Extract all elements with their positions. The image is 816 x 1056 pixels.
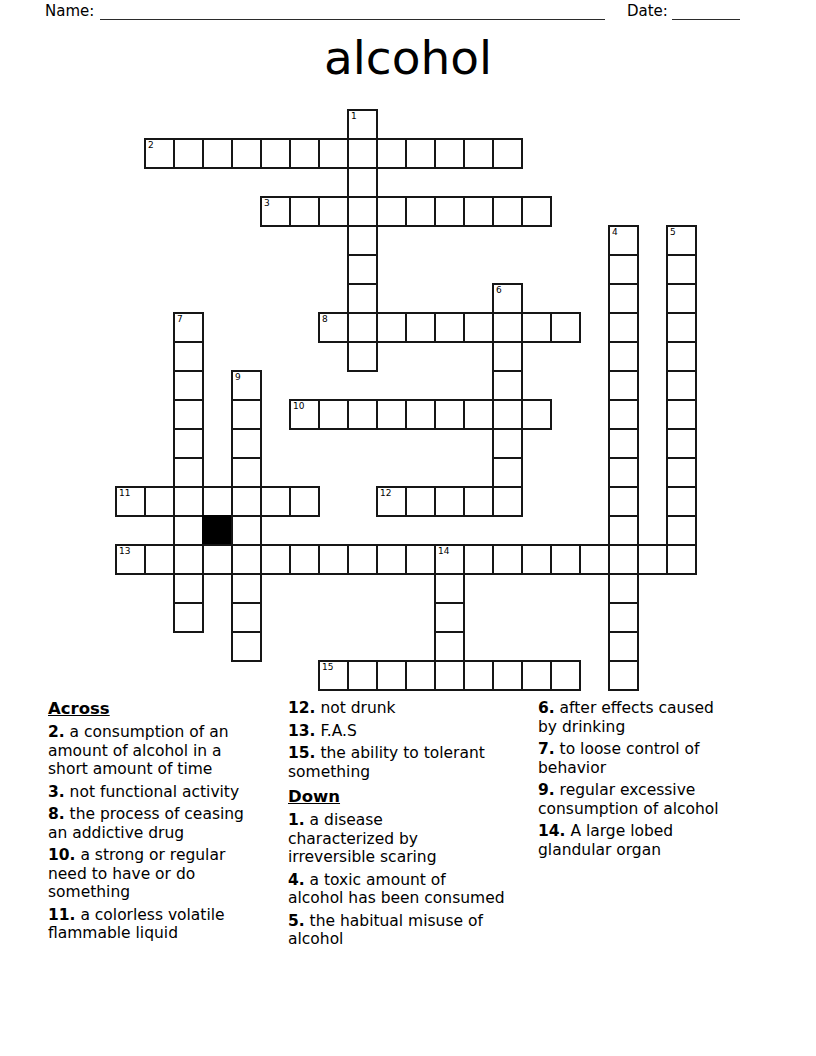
grid-cell[interactable] (550, 544, 581, 575)
grid-cell[interactable] (608, 370, 639, 401)
grid-cell[interactable] (173, 428, 204, 459)
clue-2: 2. a consumption of an amount of alcohol… (48, 723, 288, 779)
grid-cell[interactable] (434, 196, 465, 227)
grid-cell[interactable] (492, 196, 523, 227)
grid-cell[interactable]: 6 (492, 283, 523, 314)
grid-cell[interactable] (434, 399, 465, 430)
grid-cell[interactable] (666, 283, 697, 314)
grid-cell[interactable] (521, 312, 552, 343)
grid-cell[interactable] (347, 254, 378, 285)
clue-number-label: 8. (48, 805, 65, 823)
grid-cell[interactable] (492, 457, 523, 488)
grid-cell[interactable] (347, 283, 378, 314)
clue-column-3: 6. after effects caused by drinking7. to… (538, 699, 774, 863)
grid-cell[interactable] (347, 225, 378, 256)
grid-cell[interactable]: 11 (115, 486, 146, 517)
grid-cell[interactable] (405, 312, 436, 343)
grid-cell[interactable] (289, 486, 320, 517)
clue-1: 1. a disease characterized by irreversib… (288, 811, 538, 867)
grid-cell[interactable] (492, 544, 523, 575)
grid-clue-number: 7 (177, 314, 183, 324)
grid-cell[interactable] (492, 399, 523, 430)
clue-number-label: 9. (538, 781, 555, 799)
clue-column-2: 12. not drunk13. F.A.S15. the ability to… (288, 699, 538, 953)
grid-cell[interactable]: 14 (434, 544, 465, 575)
grid-cell[interactable] (608, 254, 639, 285)
grid-cell[interactable] (231, 486, 262, 517)
clue-text: a colorless volatile flammable liquid (48, 906, 225, 943)
grid-cell[interactable] (666, 254, 697, 285)
grid-cell[interactable] (492, 312, 523, 343)
grid-cell[interactable] (318, 138, 349, 169)
grid-cell[interactable] (405, 399, 436, 430)
grid-cell[interactable]: 8 (318, 312, 349, 343)
grid-cell[interactable] (434, 660, 465, 691)
grid-cell[interactable]: 5 (666, 225, 697, 256)
grid-cell[interactable] (666, 428, 697, 459)
grid-cell[interactable] (434, 602, 465, 633)
grid-cell[interactable] (347, 138, 378, 169)
clue-12: 12. not drunk (288, 699, 538, 718)
clue-number-label: 5. (288, 912, 305, 930)
grid-cell[interactable] (492, 341, 523, 372)
clue-number-label: 11. (48, 906, 75, 924)
grid-cell[interactable] (318, 196, 349, 227)
grid-cell[interactable] (376, 544, 407, 575)
grid-cell[interactable] (173, 573, 204, 604)
clue-15: 15. the ability to tolerant something (288, 744, 538, 781)
grid-cell[interactable] (608, 457, 639, 488)
grid-cell[interactable] (289, 138, 320, 169)
grid-cell[interactable] (347, 312, 378, 343)
grid-cell[interactable] (173, 341, 204, 372)
clue-text: a disease characterized by irreversible … (288, 811, 436, 866)
grid-cell[interactable] (608, 486, 639, 517)
grid-cell[interactable] (173, 457, 204, 488)
clue-text: a toxic amount of alcohol has been consu… (288, 871, 505, 908)
clue-number-label: 14. (538, 822, 565, 840)
clue-text: a strong or regular need to have or do s… (48, 846, 225, 901)
grid-cell[interactable] (405, 138, 436, 169)
clue-13: 13. F.A.S (288, 722, 538, 741)
grid-cell[interactable] (434, 486, 465, 517)
grid-cell[interactable] (289, 196, 320, 227)
grid-cell[interactable] (666, 370, 697, 401)
grid-cell[interactable] (376, 196, 407, 227)
grid-clue-number: 5 (670, 227, 676, 237)
grid-cell[interactable] (173, 544, 204, 575)
grid-cell[interactable] (202, 544, 233, 575)
grid-cell[interactable] (492, 660, 523, 691)
grid-cell[interactable] (463, 312, 494, 343)
grid-cell[interactable] (666, 312, 697, 343)
grid-cell-black (202, 515, 233, 546)
grid-cell[interactable] (347, 196, 378, 227)
grid-clue-number: 9 (235, 372, 241, 382)
grid-cell[interactable] (231, 138, 262, 169)
grid-clue-number: 1 (351, 111, 357, 121)
grid-cell[interactable]: 15 (318, 660, 349, 691)
clue-text: a consumption of an amount of alcohol in… (48, 723, 229, 778)
clue-text: not drunk (315, 699, 395, 717)
grid-cell[interactable] (347, 660, 378, 691)
grid-cell[interactable] (202, 486, 233, 517)
clue-number-label: 13. (288, 722, 315, 740)
grid-cell[interactable] (173, 399, 204, 430)
grid-cell[interactable] (521, 660, 552, 691)
clue-number-label: 10. (48, 846, 75, 864)
grid-cell[interactable] (231, 602, 262, 633)
grid-cell[interactable] (492, 428, 523, 459)
grid-cell[interactable] (608, 341, 639, 372)
crossword-grid: 123456789101112131415 (115, 109, 697, 691)
grid-cell[interactable] (260, 486, 291, 517)
grid-cell[interactable]: 10 (289, 399, 320, 430)
clue-number-label: 7. (538, 740, 555, 758)
grid-cell[interactable] (231, 631, 262, 662)
grid-cell[interactable] (260, 544, 291, 575)
clue-3: 3. not functional activity (48, 783, 288, 802)
date-input-line[interactable] (672, 5, 740, 20)
grid-cell[interactable] (492, 486, 523, 517)
grid-cell[interactable] (579, 544, 610, 575)
clue-11: 11. a colorless volatile flammable liqui… (48, 906, 288, 943)
clue-columns: Across2. a consumption of an amount of a… (48, 699, 774, 953)
grid-cell[interactable] (608, 660, 639, 691)
grid-clue-number: 11 (119, 488, 130, 498)
grid-clue-number: 12 (380, 488, 391, 498)
grid-cell[interactable] (260, 138, 291, 169)
grid-cell[interactable] (405, 660, 436, 691)
grid-cell[interactable] (550, 660, 581, 691)
grid-cell[interactable] (666, 515, 697, 546)
grid-cell[interactable] (463, 138, 494, 169)
grid-cell[interactable] (318, 544, 349, 575)
grid-cell[interactable]: 12 (376, 486, 407, 517)
grid-clue-number: 10 (293, 401, 304, 411)
grid-cell[interactable] (318, 399, 349, 430)
clue-text: after effects caused by drinking (538, 699, 714, 736)
grid-cell[interactable] (347, 167, 378, 198)
clue-7: 7. to loose control of behavior (538, 740, 774, 777)
grid-cell[interactable] (608, 283, 639, 314)
clue-number-label: 1. (288, 811, 305, 829)
grid-cell[interactable] (608, 399, 639, 430)
grid-cell[interactable] (405, 196, 436, 227)
puzzle-title: alcohol (0, 30, 816, 85)
grid-cell[interactable]: 1 (347, 109, 378, 140)
grid-cell[interactable] (144, 544, 175, 575)
clue-column-1: Across2. a consumption of an amount of a… (48, 699, 288, 947)
grid-cell[interactable] (231, 457, 262, 488)
grid-cell[interactable]: 2 (144, 138, 175, 169)
clue-number-label: 15. (288, 744, 315, 762)
clue-4: 4. a toxic amount of alcohol has been co… (288, 871, 538, 908)
clue-5: 5. the habitual misuse of alcohol (288, 912, 538, 949)
grid-cell[interactable] (463, 196, 494, 227)
grid-cell[interactable] (289, 544, 320, 575)
grid-cell[interactable] (434, 138, 465, 169)
grid-cell[interactable] (463, 399, 494, 430)
grid-cell[interactable] (492, 370, 523, 401)
grid-cell[interactable] (608, 631, 639, 662)
clue-number-label: 12. (288, 699, 315, 717)
grid-cell[interactable]: 4 (608, 225, 639, 256)
clue-number-label: 3. (48, 783, 65, 801)
grid-cell[interactable] (434, 573, 465, 604)
clue-text: the habitual misuse of alcohol (288, 912, 483, 949)
grid-cell[interactable] (376, 399, 407, 430)
name-input-line[interactable] (100, 5, 605, 20)
grid-cell[interactable] (666, 486, 697, 517)
date-label: Date: (627, 2, 668, 20)
grid-cell[interactable] (173, 370, 204, 401)
grid-cell[interactable] (405, 486, 436, 517)
clue-8: 8. the process of ceasing an addictive d… (48, 805, 288, 842)
grid-clue-number: 14 (438, 546, 449, 556)
clue-9: 9. regular excessive consumption of alco… (538, 781, 774, 818)
grid-cell[interactable] (173, 486, 204, 517)
grid-clue-number: 8 (322, 314, 328, 324)
grid-cell[interactable] (173, 602, 204, 633)
grid-cell[interactable] (144, 486, 175, 517)
clue-text: to loose control of behavior (538, 740, 700, 777)
grid-cell[interactable] (376, 138, 407, 169)
clue-text: F.A.S (315, 722, 356, 740)
grid-cell[interactable] (608, 428, 639, 459)
grid-clue-number: 6 (496, 285, 502, 295)
grid-cell[interactable] (231, 428, 262, 459)
grid-cell[interactable] (608, 602, 639, 633)
grid-cell[interactable] (376, 660, 407, 691)
grid-cell[interactable]: 7 (173, 312, 204, 343)
grid-cell[interactable] (550, 312, 581, 343)
grid-cell[interactable]: 3 (260, 196, 291, 227)
grid-cell[interactable] (231, 515, 262, 546)
grid-cell[interactable] (202, 138, 233, 169)
clue-text: the process of ceasing an addictive drug (48, 805, 244, 842)
grid-cell[interactable] (463, 660, 494, 691)
grid-cell[interactable] (463, 486, 494, 517)
clue-text: not functional activity (65, 783, 239, 801)
grid-cell[interactable] (347, 399, 378, 430)
clue-number-label: 2. (48, 723, 65, 741)
grid-cell[interactable] (521, 196, 552, 227)
grid-cell[interactable] (492, 138, 523, 169)
grid-cell[interactable] (173, 515, 204, 546)
grid-cell[interactable] (521, 544, 552, 575)
grid-cell[interactable] (231, 399, 262, 430)
clue-number-label: 4. (288, 871, 305, 889)
grid-cell[interactable] (347, 544, 378, 575)
name-label: Name: (45, 2, 94, 20)
grid-cell[interactable] (608, 312, 639, 343)
clues-heading-down: Down (288, 787, 538, 806)
grid-cell[interactable] (405, 544, 436, 575)
clues-heading-across: Across (48, 699, 288, 718)
clue-text: regular excessive consumption of alcohol (538, 781, 719, 818)
grid-cell[interactable] (231, 573, 262, 604)
grid-cell[interactable] (347, 341, 378, 372)
grid-cell[interactable] (231, 544, 262, 575)
grid-cell[interactable] (666, 544, 697, 575)
grid-cell[interactable]: 13 (115, 544, 146, 575)
grid-cell[interactable] (434, 312, 465, 343)
grid-cell[interactable] (463, 544, 494, 575)
grid-clue-number: 3 (264, 198, 270, 208)
grid-clue-number: 4 (612, 227, 618, 237)
grid-clue-number: 15 (322, 662, 333, 672)
grid-cell[interactable] (666, 457, 697, 488)
clue-6: 6. after effects caused by drinking (538, 699, 774, 736)
grid-cell[interactable] (666, 341, 697, 372)
grid-cell[interactable] (608, 515, 639, 546)
clue-number-label: 6. (538, 699, 555, 717)
grid-clue-number: 2 (148, 140, 154, 150)
grid-cell[interactable] (666, 399, 697, 430)
clue-14: 14. A large lobed glandular organ (538, 822, 774, 859)
grid-cell[interactable] (521, 399, 552, 430)
grid-cell[interactable] (376, 312, 407, 343)
grid-cell[interactable] (434, 631, 465, 662)
grid-cell[interactable] (637, 544, 668, 575)
grid-clue-number: 13 (119, 546, 130, 556)
grid-cell[interactable]: 9 (231, 370, 262, 401)
grid-cell[interactable] (608, 544, 639, 575)
clue-10: 10. a strong or regular need to have or … (48, 846, 288, 902)
grid-cell[interactable] (173, 138, 204, 169)
clue-text: the ability to tolerant something (288, 744, 485, 781)
grid-cell[interactable] (608, 573, 639, 604)
